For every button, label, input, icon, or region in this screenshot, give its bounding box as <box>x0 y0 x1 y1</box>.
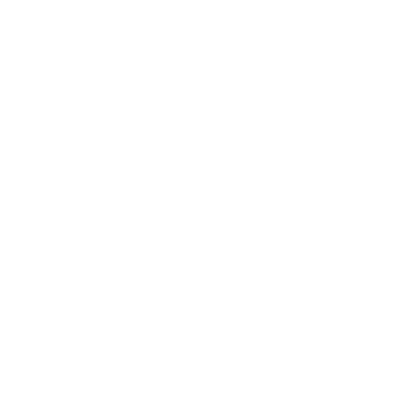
chess-board <box>0 0 400 400</box>
